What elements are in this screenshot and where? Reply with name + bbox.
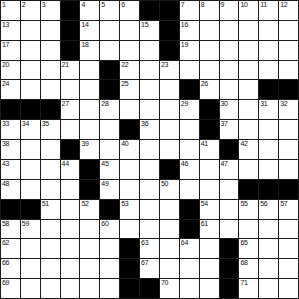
clue-number: 16	[181, 21, 188, 29]
grid-cell[interactable]: 28	[100, 100, 119, 119]
grid-cell[interactable]	[220, 200, 239, 219]
clue-number: 8	[201, 1, 205, 9]
black-cell	[80, 180, 99, 199]
grid-cell[interactable]	[259, 259, 278, 278]
black-cell	[61, 1, 80, 20]
grid-cell[interactable]: 36	[140, 120, 159, 139]
black-cell	[259, 80, 278, 99]
grid-cell[interactable]: 4	[80, 1, 99, 20]
grid-cell[interactable]	[160, 140, 179, 159]
grid-cell[interactable]: 67	[140, 259, 159, 278]
grid-cell[interactable]: 45	[100, 160, 119, 179]
grid-cell[interactable]: 38	[1, 140, 20, 159]
clue-number: 49	[101, 180, 108, 188]
grid-cell[interactable]	[41, 279, 60, 298]
grid-cell[interactable]	[160, 259, 179, 278]
grid-cell[interactable]: 40	[120, 140, 139, 159]
grid-cell[interactable]	[279, 239, 298, 258]
clue-number: 20	[2, 61, 9, 69]
black-cell	[220, 140, 239, 159]
grid-cell[interactable]	[279, 41, 298, 60]
clue-number: 32	[280, 100, 287, 108]
clue-number: 23	[161, 61, 168, 69]
grid-cell[interactable]	[180, 259, 199, 278]
grid-cell[interactable]	[279, 21, 298, 40]
clue-number: 57	[280, 200, 287, 208]
clue-number: 48	[2, 180, 9, 188]
grid-cell[interactable]: 15	[140, 21, 159, 40]
grid-cell[interactable]: 65	[239, 239, 258, 258]
grid-cell[interactable]: 20	[1, 61, 20, 80]
grid-cell[interactable]	[140, 100, 159, 119]
grid-cell[interactable]	[160, 239, 179, 258]
black-cell	[220, 279, 239, 298]
grid-cell[interactable]: 8	[200, 1, 219, 20]
grid-cell[interactable]: 25	[120, 80, 139, 99]
clue-number: 6	[121, 1, 125, 9]
black-cell	[100, 200, 119, 219]
grid-cell[interactable]: 60	[100, 220, 119, 239]
black-cell	[259, 180, 278, 199]
black-cell	[61, 140, 80, 159]
grid-cell[interactable]	[61, 180, 80, 199]
grid-cell[interactable]	[100, 239, 119, 258]
black-cell	[160, 41, 179, 60]
grid-cell[interactable]	[61, 239, 80, 258]
grid-cell[interactable]: 56	[259, 200, 278, 219]
grid-cell[interactable]	[200, 279, 219, 298]
black-cell	[61, 41, 80, 60]
clue-number: 38	[2, 140, 9, 148]
clue-number: 12	[280, 1, 287, 9]
grid-cell[interactable]	[259, 220, 278, 239]
grid-cell[interactable]	[120, 21, 139, 40]
grid-cell[interactable]: 7	[180, 1, 199, 20]
grid-cell[interactable]: 2	[21, 1, 40, 20]
grid-cell[interactable]	[279, 160, 298, 179]
grid-cell[interactable]	[21, 239, 40, 258]
grid-cell[interactable]: 51	[41, 200, 60, 219]
grid-cell[interactable]	[259, 239, 278, 258]
clue-number: 24	[2, 80, 9, 88]
grid-cell[interactable]	[80, 279, 99, 298]
grid-cell[interactable]: 69	[1, 279, 20, 298]
clue-number: 64	[181, 239, 188, 247]
grid-cell[interactable]	[200, 21, 219, 40]
grid-cell[interactable]: 48	[1, 180, 20, 199]
clue-number: 34	[22, 120, 29, 128]
clue-number: 9	[221, 1, 225, 9]
grid-cell[interactable]	[239, 41, 258, 60]
clue-number: 66	[2, 259, 9, 267]
clue-number: 45	[101, 160, 108, 168]
grid-cell[interactable]: 26	[200, 80, 219, 99]
grid-cell[interactable]	[259, 160, 278, 179]
clue-number: 70	[161, 279, 168, 287]
clue-number: 50	[161, 180, 168, 188]
clue-number: 33	[2, 120, 9, 128]
clue-number: 18	[81, 41, 88, 49]
clue-number: 37	[221, 120, 228, 128]
clue-number: 31	[260, 100, 267, 108]
grid-cell[interactable]	[21, 180, 40, 199]
grid-cell[interactable]	[100, 259, 119, 278]
black-cell	[160, 160, 179, 179]
clue-number: 28	[101, 100, 108, 108]
black-cell	[180, 80, 199, 99]
clue-number: 59	[22, 220, 29, 228]
grid-cell[interactable]	[80, 100, 99, 119]
grid-cell[interactable]	[279, 220, 298, 239]
black-cell	[160, 1, 179, 20]
grid-cell[interactable]	[61, 220, 80, 239]
black-cell	[220, 259, 239, 278]
grid-cell[interactable]	[140, 220, 159, 239]
grid-cell[interactable]: 6	[120, 1, 139, 20]
grid-cell[interactable]	[80, 259, 99, 278]
clue-number: 71	[240, 279, 247, 287]
grid-cell[interactable]: 23	[160, 61, 179, 80]
clue-number: 63	[141, 239, 148, 247]
grid-cell[interactable]	[21, 140, 40, 159]
clue-number: 4	[81, 1, 85, 9]
grid-cell[interactable]	[41, 160, 60, 179]
black-cell	[120, 259, 139, 278]
grid-cell[interactable]	[259, 61, 278, 80]
clue-number: 1	[2, 1, 6, 9]
clue-number: 44	[62, 160, 69, 168]
grid-cell[interactable]	[160, 80, 179, 99]
grid-cell[interactable]	[80, 61, 99, 80]
grid-cell[interactable]: 17	[1, 41, 20, 60]
grid-cell[interactable]: 34	[21, 120, 40, 139]
grid-cell[interactable]	[61, 120, 80, 139]
clue-number: 22	[121, 61, 128, 69]
grid-cell[interactable]	[220, 180, 239, 199]
grid-cell[interactable]: 44	[61, 160, 80, 179]
grid-cell[interactable]	[200, 160, 219, 179]
clue-number: 19	[181, 41, 188, 49]
grid-cell[interactable]	[279, 120, 298, 139]
grid-cell[interactable]: 61	[200, 220, 219, 239]
clue-number: 51	[42, 200, 49, 208]
grid-cell[interactable]	[140, 41, 159, 60]
clue-number: 17	[2, 41, 9, 49]
grid-cell[interactable]: 1	[1, 1, 20, 20]
grid-cell[interactable]	[279, 279, 298, 298]
grid-cell[interactable]: 59	[21, 220, 40, 239]
black-cell	[80, 160, 99, 179]
clue-number: 69	[2, 279, 9, 287]
grid-cell[interactable]: 53	[120, 200, 139, 219]
clue-number: 60	[101, 220, 108, 228]
black-cell	[239, 180, 258, 199]
clue-number: 36	[141, 120, 148, 128]
grid-cell[interactable]: 41	[200, 140, 219, 159]
grid-cell[interactable]	[61, 279, 80, 298]
grid-cell[interactable]: 14	[80, 21, 99, 40]
grid-cell[interactable]	[21, 80, 40, 99]
clue-number: 7	[181, 1, 185, 9]
grid-cell[interactable]	[100, 120, 119, 139]
grid-cell[interactable]	[61, 259, 80, 278]
clue-number: 56	[260, 200, 267, 208]
grid-cell[interactable]	[160, 200, 179, 219]
grid-cell[interactable]	[259, 41, 278, 60]
grid-cell[interactable]	[41, 239, 60, 258]
clue-number: 10	[240, 1, 247, 9]
clue-number: 61	[201, 220, 208, 228]
grid-cell[interactable]	[80, 220, 99, 239]
grid-cell[interactable]	[41, 220, 60, 239]
grid-cell[interactable]	[140, 80, 159, 99]
grid-cell[interactable]	[259, 120, 278, 139]
grid-cell[interactable]	[80, 80, 99, 99]
grid-cell[interactable]	[120, 220, 139, 239]
grid-cell[interactable]	[21, 279, 40, 298]
grid-cell[interactable]	[200, 239, 219, 258]
grid-cell[interactable]	[140, 61, 159, 80]
black-cell	[100, 61, 119, 80]
clue-number: 52	[81, 200, 88, 208]
grid-cell[interactable]: 46	[180, 160, 199, 179]
clue-number: 27	[62, 100, 69, 108]
grid-cell[interactable]	[239, 21, 258, 40]
grid-cell[interactable]: 47	[220, 160, 239, 179]
clue-number: 35	[42, 120, 49, 128]
black-cell	[279, 80, 298, 99]
grid-cell[interactable]	[200, 259, 219, 278]
grid-cell[interactable]	[41, 259, 60, 278]
grid-cell[interactable]	[220, 41, 239, 60]
grid-cell[interactable]: 16	[180, 21, 199, 40]
grid-cell[interactable]	[160, 220, 179, 239]
black-cell	[160, 21, 179, 40]
grid-cell[interactable]	[180, 120, 199, 139]
grid-cell[interactable]	[200, 61, 219, 80]
grid-cell[interactable]	[180, 279, 199, 298]
grid-cell[interactable]: 39	[80, 140, 99, 159]
black-cell	[200, 120, 219, 139]
clue-number: 2	[22, 1, 26, 9]
black-cell	[220, 239, 239, 258]
grid-cell[interactable]	[239, 100, 258, 119]
black-cell	[21, 200, 40, 219]
grid-cell[interactable]	[41, 41, 60, 60]
grid-cell[interactable]: 64	[180, 239, 199, 258]
black-cell	[120, 120, 139, 139]
grid-cell[interactable]	[160, 120, 179, 139]
clue-number: 3	[42, 1, 46, 9]
grid-cell[interactable]: 19	[180, 41, 199, 60]
grid-cell[interactable]: 54	[200, 200, 219, 219]
grid-cell[interactable]	[100, 41, 119, 60]
clue-number: 39	[81, 140, 88, 148]
grid-cell[interactable]	[120, 180, 139, 199]
grid-cell[interactable]	[220, 220, 239, 239]
grid-cell[interactable]	[21, 160, 40, 179]
clue-number: 53	[121, 200, 128, 208]
grid-cell[interactable]	[120, 100, 139, 119]
grid-cell[interactable]	[21, 21, 40, 40]
clue-number: 14	[81, 21, 88, 29]
grid-cell[interactable]	[140, 140, 159, 159]
clue-number: 21	[62, 61, 69, 69]
grid-cell[interactable]	[100, 140, 119, 159]
grid-cell[interactable]	[259, 21, 278, 40]
grid-cell[interactable]	[220, 61, 239, 80]
black-cell	[1, 200, 20, 219]
grid-cell[interactable]	[140, 160, 159, 179]
grid-cell[interactable]	[279, 140, 298, 159]
grid-cell[interactable]: 71	[239, 279, 258, 298]
grid-cell[interactable]	[41, 21, 60, 40]
grid-cell[interactable]	[140, 180, 159, 199]
clue-number: 11	[260, 1, 267, 9]
grid-cell[interactable]	[200, 41, 219, 60]
black-cell	[21, 100, 40, 119]
grid-cell[interactable]	[100, 21, 119, 40]
black-cell	[100, 80, 119, 99]
clue-number: 42	[240, 140, 247, 148]
grid-cell[interactable]: 9	[220, 1, 239, 20]
grid-cell[interactable]: 11	[259, 1, 278, 20]
grid-cell[interactable]	[140, 200, 159, 219]
grid-cell[interactable]	[239, 61, 258, 80]
grid-cell[interactable]: 62	[1, 239, 20, 258]
black-cell	[279, 180, 298, 199]
clue-number: 58	[2, 220, 9, 228]
black-cell	[41, 100, 60, 119]
grid-cell[interactable]: 52	[80, 200, 99, 219]
grid-cell[interactable]	[41, 140, 60, 159]
grid-cell[interactable]: 49	[100, 180, 119, 199]
grid-cell[interactable]	[239, 80, 258, 99]
grid-cell[interactable]: 31	[259, 100, 278, 119]
grid-cell[interactable]	[239, 160, 258, 179]
clue-number: 13	[2, 21, 9, 29]
black-cell	[180, 220, 199, 239]
black-cell	[120, 239, 139, 258]
grid-cell[interactable]: 42	[239, 140, 258, 159]
grid-cell[interactable]: 24	[1, 80, 20, 99]
grid-cell[interactable]	[41, 61, 60, 80]
grid-cell[interactable]: 55	[239, 200, 258, 219]
clue-number: 40	[121, 140, 128, 148]
clue-number: 43	[2, 160, 9, 168]
black-cell	[61, 21, 80, 40]
grid-cell[interactable]: 10	[239, 1, 258, 20]
grid-cell[interactable]: 22	[120, 61, 139, 80]
grid-cell[interactable]: 37	[220, 120, 239, 139]
clue-number: 54	[201, 200, 208, 208]
clue-number: 68	[240, 259, 247, 267]
grid-cell[interactable]	[120, 41, 139, 60]
black-cell	[120, 279, 139, 298]
grid-cell[interactable]	[180, 180, 199, 199]
grid-cell[interactable]	[61, 200, 80, 219]
grid-cell[interactable]: 5	[100, 1, 119, 20]
grid-cell[interactable]	[80, 239, 99, 258]
black-cell	[140, 1, 159, 20]
grid-cell[interactable]: 58	[1, 220, 20, 239]
clue-number: 65	[240, 239, 247, 247]
crossword-board: 1234567891011121314151617181920212223242…	[0, 0, 299, 299]
grid-cell[interactable]	[279, 61, 298, 80]
grid-cell[interactable]	[220, 21, 239, 40]
grid-cell[interactable]: 12	[279, 1, 298, 20]
clue-number: 55	[240, 200, 247, 208]
clue-number: 29	[181, 100, 188, 108]
grid-cell[interactable]	[259, 279, 278, 298]
grid-cell[interactable]	[100, 279, 119, 298]
clue-number: 5	[101, 1, 105, 9]
black-cell	[140, 279, 159, 298]
grid-cell[interactable]	[41, 80, 60, 99]
grid-cell[interactable]: 70	[160, 279, 179, 298]
grid-cell[interactable]	[21, 259, 40, 278]
grid-cell[interactable]	[200, 180, 219, 199]
clue-number: 25	[121, 80, 128, 88]
grid-cell[interactable]: 13	[1, 21, 20, 40]
grid-cell[interactable]	[160, 100, 179, 119]
black-cell	[1, 100, 20, 119]
grid-cell[interactable]: 68	[239, 259, 258, 278]
grid-cell[interactable]: 27	[61, 100, 80, 119]
clue-number: 62	[2, 239, 9, 247]
grid-cell[interactable]: 32	[279, 100, 298, 119]
grid-cell[interactable]: 66	[1, 259, 20, 278]
grid-cell[interactable]	[80, 120, 99, 139]
black-cell	[200, 100, 219, 119]
grid-cell[interactable]	[239, 220, 258, 239]
grid-cell[interactable]	[21, 61, 40, 80]
grid-cell[interactable]	[220, 80, 239, 99]
grid-cell[interactable]: 43	[1, 160, 20, 179]
grid-cell[interactable]	[120, 160, 139, 179]
grid-cell[interactable]	[21, 41, 40, 60]
clue-number: 46	[181, 160, 188, 168]
grid-cell[interactable]: 18	[80, 41, 99, 60]
grid-cell[interactable]	[41, 180, 60, 199]
grid-cell[interactable]: 33	[1, 120, 20, 139]
grid-cell[interactable]: 35	[41, 120, 60, 139]
grid-cell[interactable]	[180, 61, 199, 80]
grid-cell[interactable]	[239, 120, 258, 139]
clue-number: 26	[201, 80, 208, 88]
clue-number: 67	[141, 259, 148, 267]
grid-cell[interactable]: 57	[279, 200, 298, 219]
grid-cell[interactable]: 3	[41, 1, 60, 20]
black-cell	[180, 200, 199, 219]
grid-cell[interactable]: 50	[160, 180, 179, 199]
clue-number: 41	[201, 140, 208, 148]
grid-cell[interactable]	[61, 80, 80, 99]
clue-number: 15	[141, 21, 148, 29]
grid-cell[interactable]	[180, 140, 199, 159]
clue-number: 30	[221, 100, 228, 108]
grid-cell[interactable]	[279, 259, 298, 278]
grid-cell[interactable]: 21	[61, 61, 80, 80]
clue-number: 47	[221, 160, 228, 168]
grid-cell[interactable]	[259, 140, 278, 159]
grid-cell[interactable]: 63	[140, 239, 159, 258]
grid-cell[interactable]: 30	[220, 100, 239, 119]
grid-cell[interactable]: 29	[180, 100, 199, 119]
